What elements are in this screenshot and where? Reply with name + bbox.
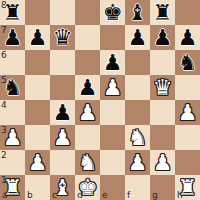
- black-queen: ♛: [53, 25, 73, 50]
- square-d4[interactable]: ♟: [75, 100, 100, 125]
- file-label-g: g: [152, 191, 158, 200]
- black-knight: ♞: [3, 75, 23, 100]
- square-b3[interactable]: [25, 125, 50, 150]
- square-g3[interactable]: [150, 125, 175, 150]
- square-g2[interactable]: ♟: [150, 150, 175, 175]
- square-a2[interactable]: 2: [0, 150, 25, 175]
- square-a3[interactable]: 3♟: [0, 125, 25, 150]
- square-a5[interactable]: 5♞: [0, 75, 25, 100]
- square-h3[interactable]: [175, 125, 200, 150]
- white-king: ♚: [78, 175, 98, 200]
- square-b2[interactable]: ♟: [25, 150, 50, 175]
- white-rook: ♜: [178, 175, 198, 200]
- square-b1[interactable]: b: [25, 175, 50, 200]
- square-c5[interactable]: [50, 75, 75, 100]
- square-e1[interactable]: e: [100, 175, 125, 200]
- white-pawn: ♟: [53, 125, 73, 150]
- square-g7[interactable]: ♟: [150, 25, 175, 50]
- square-h8[interactable]: [175, 0, 200, 25]
- square-b4[interactable]: [25, 100, 50, 125]
- white-knight: ♞: [78, 150, 98, 175]
- black-pawn: ♟: [128, 25, 148, 50]
- white-pawn: ♟: [78, 100, 98, 125]
- white-bishop: ♝: [53, 175, 73, 200]
- square-h6[interactable]: ♞: [175, 50, 200, 75]
- white-pawn: ♟: [178, 100, 198, 125]
- white-pawn: ♟: [28, 150, 48, 175]
- square-c4[interactable]: ♟: [50, 100, 75, 125]
- square-e2[interactable]: [100, 150, 125, 175]
- square-d7[interactable]: [75, 25, 100, 50]
- square-h2[interactable]: [175, 150, 200, 175]
- square-h7[interactable]: ♟: [175, 25, 200, 50]
- square-b6[interactable]: [25, 50, 50, 75]
- square-g8[interactable]: ♜: [150, 0, 175, 25]
- square-f2[interactable]: ♟: [125, 150, 150, 175]
- black-bishop: ♝: [128, 0, 148, 25]
- white-knight: ♞: [128, 125, 148, 150]
- square-a6[interactable]: 6: [0, 50, 25, 75]
- black-pawn: ♟: [3, 25, 23, 50]
- black-pawn: ♟: [103, 50, 123, 75]
- square-g1[interactable]: g: [150, 175, 175, 200]
- black-king: ♚: [103, 0, 123, 25]
- black-knight: ♞: [178, 50, 198, 75]
- white-pawn: ♟: [153, 150, 173, 175]
- square-c1[interactable]: c♝: [50, 175, 75, 200]
- square-g4[interactable]: [150, 100, 175, 125]
- rank-label-4: 4: [1, 100, 7, 110]
- square-a7[interactable]: 7♟: [0, 25, 25, 50]
- square-e3[interactable]: [100, 125, 125, 150]
- square-d5[interactable]: ♟: [75, 75, 100, 100]
- square-f8[interactable]: ♝: [125, 0, 150, 25]
- square-e7[interactable]: [100, 25, 125, 50]
- black-rook: ♜: [153, 0, 173, 25]
- square-d6[interactable]: [75, 50, 100, 75]
- black-pawn: ♟: [28, 25, 48, 50]
- square-h5[interactable]: [175, 75, 200, 100]
- square-c8[interactable]: [50, 0, 75, 25]
- square-g6[interactable]: [150, 50, 175, 75]
- square-f1[interactable]: f: [125, 175, 150, 200]
- black-pawn: ♟: [53, 100, 73, 125]
- square-d8[interactable]: [75, 0, 100, 25]
- white-rook: ♜: [3, 175, 23, 200]
- black-pawn: ♟: [78, 75, 98, 100]
- black-pawn: ♟: [153, 25, 173, 50]
- white-pawn: ♟: [128, 150, 148, 175]
- square-c2[interactable]: [50, 150, 75, 175]
- square-d1[interactable]: d♚: [75, 175, 100, 200]
- square-a8[interactable]: 8♜: [0, 0, 25, 25]
- chess-board-wrap: 8♜♚♝♜7♟♟♛♟♟♟6♟♞5♞♟♟♛4♟♟♟3♟♟♞2♟♞♟♟1a♜bc♝d…: [0, 0, 200, 200]
- square-e8[interactable]: ♚: [100, 0, 125, 25]
- file-label-e: e: [102, 191, 108, 200]
- white-pawn: ♟: [103, 75, 123, 100]
- square-c6[interactable]: [50, 50, 75, 75]
- square-g5[interactable]: ♛: [150, 75, 175, 100]
- square-e6[interactable]: ♟: [100, 50, 125, 75]
- square-e5[interactable]: ♟: [100, 75, 125, 100]
- square-f5[interactable]: [125, 75, 150, 100]
- square-f7[interactable]: ♟: [125, 25, 150, 50]
- square-f4[interactable]: [125, 100, 150, 125]
- square-d2[interactable]: ♞: [75, 150, 100, 175]
- file-label-f: f: [127, 191, 130, 200]
- square-f6[interactable]: [125, 50, 150, 75]
- file-label-b: b: [27, 191, 33, 200]
- black-pawn: ♟: [178, 25, 198, 50]
- square-b7[interactable]: ♟: [25, 25, 50, 50]
- white-queen: ♛: [153, 75, 173, 100]
- square-b5[interactable]: [25, 75, 50, 100]
- square-h1[interactable]: h♜: [175, 175, 200, 200]
- chess-board: 8♜♚♝♜7♟♟♛♟♟♟6♟♞5♞♟♟♛4♟♟♟3♟♟♞2♟♞♟♟1a♜bc♝d…: [0, 0, 200, 200]
- black-rook: ♜: [3, 0, 23, 25]
- square-b8[interactable]: [25, 0, 50, 25]
- square-c3[interactable]: ♟: [50, 125, 75, 150]
- square-f3[interactable]: ♞: [125, 125, 150, 150]
- rank-label-6: 6: [1, 50, 7, 60]
- rank-label-2: 2: [1, 150, 7, 160]
- square-c7[interactable]: ♛: [50, 25, 75, 50]
- square-h4[interactable]: ♟: [175, 100, 200, 125]
- white-pawn: ♟: [3, 125, 23, 150]
- square-a4[interactable]: 4: [0, 100, 25, 125]
- square-e4[interactable]: [100, 100, 125, 125]
- square-a1[interactable]: 1a♜: [0, 175, 25, 200]
- square-d3[interactable]: [75, 125, 100, 150]
